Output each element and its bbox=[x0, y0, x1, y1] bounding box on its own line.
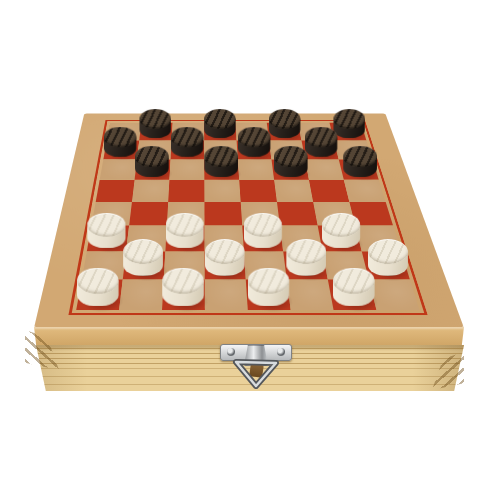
box-lid-front-edge bbox=[34, 327, 464, 345]
checker-top bbox=[171, 127, 204, 148]
white-checker-c3[interactable] bbox=[166, 213, 204, 249]
square-e3[interactable] bbox=[242, 226, 283, 252]
white-checker-g1[interactable] bbox=[333, 268, 375, 307]
checker-top bbox=[204, 109, 236, 129]
square-d5[interactable] bbox=[204, 180, 240, 202]
checker-top bbox=[322, 213, 360, 237]
checker-top bbox=[123, 239, 163, 264]
black-checker-e7[interactable] bbox=[238, 127, 271, 157]
photo-scene bbox=[0, 0, 500, 500]
white-checker-e3[interactable] bbox=[244, 213, 282, 249]
square-b4[interactable] bbox=[129, 202, 168, 226]
clasp-triangle-loop[interactable] bbox=[231, 357, 281, 389]
black-checker-c7[interactable] bbox=[171, 127, 204, 157]
square-f8[interactable] bbox=[267, 123, 302, 141]
square-h6[interactable] bbox=[339, 159, 379, 179]
white-checker-a1[interactable] bbox=[77, 268, 119, 307]
square-f6[interactable] bbox=[271, 159, 308, 179]
white-checker-b2[interactable] bbox=[123, 239, 163, 276]
checker-top bbox=[244, 213, 282, 237]
square-f4[interactable] bbox=[277, 202, 318, 226]
square-e5[interactable] bbox=[239, 180, 277, 202]
checker-top bbox=[368, 239, 408, 264]
square-d6[interactable] bbox=[204, 159, 239, 179]
square-g5[interactable] bbox=[309, 180, 349, 202]
checker-top bbox=[333, 109, 365, 129]
square-c5[interactable] bbox=[168, 180, 204, 202]
checker-top bbox=[274, 146, 308, 167]
white-checker-f2[interactable] bbox=[286, 239, 326, 276]
checker-top bbox=[248, 268, 290, 294]
square-c7[interactable] bbox=[171, 140, 205, 159]
square-b8[interactable] bbox=[139, 123, 172, 141]
checker-top bbox=[139, 109, 171, 129]
black-checker-d8[interactable] bbox=[204, 109, 236, 138]
clasp-screw-left-icon bbox=[227, 348, 235, 356]
square-a1[interactable] bbox=[76, 279, 123, 310]
clasp-latch[interactable] bbox=[220, 344, 292, 390]
board-grid bbox=[76, 123, 419, 310]
checker-top bbox=[333, 268, 375, 294]
white-checker-a3[interactable] bbox=[87, 213, 125, 249]
square-c6[interactable] bbox=[169, 159, 204, 179]
black-checker-g7[interactable] bbox=[305, 127, 338, 157]
checker-top bbox=[166, 213, 204, 237]
square-b6[interactable] bbox=[135, 159, 171, 179]
square-b1[interactable] bbox=[119, 279, 164, 310]
square-b2[interactable] bbox=[123, 251, 166, 279]
checker-top bbox=[269, 109, 301, 129]
white-checker-d2[interactable] bbox=[205, 239, 245, 276]
square-h5[interactable] bbox=[344, 180, 386, 202]
square-a7[interactable] bbox=[103, 140, 139, 159]
square-a6[interactable] bbox=[100, 159, 137, 179]
square-f2[interactable] bbox=[283, 251, 328, 279]
checker-top bbox=[162, 268, 204, 294]
black-checker-h6[interactable] bbox=[343, 146, 377, 178]
black-checker-b6[interactable] bbox=[135, 146, 169, 178]
black-checker-h8[interactable] bbox=[333, 109, 365, 138]
square-e6[interactable] bbox=[238, 159, 274, 179]
box-lid-top bbox=[34, 114, 464, 328]
black-checker-a7[interactable] bbox=[104, 127, 137, 157]
square-d4[interactable] bbox=[204, 202, 242, 226]
checker-top bbox=[286, 239, 326, 264]
black-checker-f8[interactable] bbox=[269, 109, 301, 138]
square-e1[interactable] bbox=[246, 279, 291, 310]
white-checker-c1[interactable] bbox=[162, 268, 204, 307]
checker-top bbox=[77, 268, 119, 294]
square-d2[interactable] bbox=[205, 251, 246, 279]
black-checker-d6[interactable] bbox=[204, 146, 238, 178]
checker-top bbox=[343, 146, 377, 167]
checker-top bbox=[204, 146, 238, 167]
checker-top bbox=[238, 127, 271, 148]
white-checker-g3[interactable] bbox=[322, 213, 360, 249]
square-a5[interactable] bbox=[96, 180, 135, 202]
black-checker-f6[interactable] bbox=[274, 146, 308, 178]
square-d8[interactable] bbox=[204, 123, 237, 141]
black-checker-b8[interactable] bbox=[139, 109, 171, 138]
clasp-screw-right-icon bbox=[277, 348, 285, 356]
square-f5[interactable] bbox=[274, 180, 313, 202]
checker-top bbox=[104, 127, 137, 148]
checker-top bbox=[305, 127, 338, 148]
square-g1[interactable] bbox=[328, 279, 377, 310]
square-c3[interactable] bbox=[165, 226, 204, 252]
square-e7[interactable] bbox=[237, 140, 272, 159]
square-d1[interactable] bbox=[205, 279, 248, 310]
checker-top bbox=[135, 146, 169, 167]
square-f1[interactable] bbox=[287, 279, 334, 310]
square-b5[interactable] bbox=[132, 180, 169, 202]
square-c1[interactable] bbox=[162, 279, 205, 310]
white-checker-e1[interactable] bbox=[248, 268, 290, 307]
checker-top bbox=[87, 213, 125, 237]
checker-top bbox=[205, 239, 245, 264]
